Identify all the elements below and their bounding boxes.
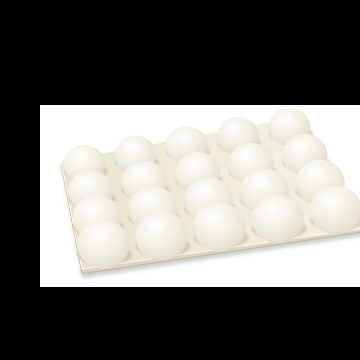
- letterbox-bottom: [40, 287, 360, 360]
- product-photo: Product photo of a rectangular cream bac…: [40, 16, 360, 360]
- letterbox-top: [40, 16, 360, 105]
- photo-background: [40, 105, 360, 287]
